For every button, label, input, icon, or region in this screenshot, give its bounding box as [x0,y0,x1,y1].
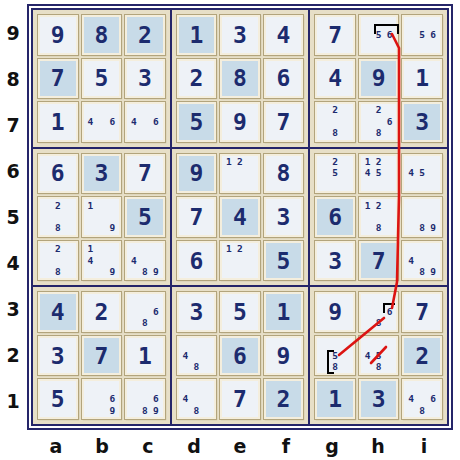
cell-value: 1 [127,338,163,374]
cell-e5[interactable]: 4 [220,197,260,237]
cell-value: 8 [222,61,258,97]
candidate-1: 1 [87,201,93,211]
candidate-8: 8 [376,128,382,138]
box-6: 2512454561288937489 [310,149,447,286]
candidate-2: 2 [376,157,382,167]
cell-f4[interactable]: 5 [264,241,304,281]
candidate-8: 8 [376,362,382,372]
cell-value: 3 [84,156,120,192]
candidate-1: 1 [365,201,371,211]
sudoku-grid: 9827531464613428659775656491282683637281… [31,8,449,426]
row-labels: 987654321 [0,10,26,424]
cell-g9[interactable]: 7 [315,15,355,55]
candidate-8: 8 [194,362,200,372]
candidate-4: 4 [87,117,93,127]
candidate-8: 8 [419,406,425,416]
cell-d8[interactable]: 2 [177,59,217,99]
cell-g5[interactable]: 6 [315,197,355,237]
cell-value: 7 [361,243,397,279]
cell-b6[interactable]: 3 [82,154,122,194]
cell-c2[interactable]: 1 [125,336,165,376]
cell-c1[interactable]: 689 [125,379,165,419]
cell-value: 1 [404,61,440,97]
cell-value: 5 [179,104,215,140]
cell-d1[interactable]: 48 [177,379,217,419]
cell-e9[interactable]: 3 [220,15,260,55]
cell-value: 9 [317,294,353,330]
candidate-4: 4 [408,394,414,404]
cell-h1[interactable]: 3 [359,379,399,419]
candidate-8: 8 [142,267,148,277]
box-4: 6372819528149489 [33,149,170,286]
cell-a6[interactable]: 6 [38,154,78,194]
candidate-8: 8 [142,406,148,416]
row-label-5: 5 [0,194,26,240]
cell-value: 9 [361,61,397,97]
row-label-1: 1 [0,378,26,424]
candidate-8: 8 [419,267,425,277]
cell-a9[interactable]: 9 [38,15,78,55]
box-9: 968758458213468 [310,287,447,424]
row-label-2: 2 [0,332,26,378]
candidate-6: 6 [387,307,393,317]
candidate-8: 8 [194,406,200,416]
candidate-4: 4 [408,256,414,266]
cell-c7[interactable]: 46 [125,102,165,142]
cell-i9[interactable]: 56 [402,15,442,55]
candidate-8: 8 [376,319,382,329]
cell-g8[interactable]: 4 [315,59,355,99]
cell-d7[interactable]: 5 [177,102,217,142]
cell-value: 3 [127,61,163,97]
cell-value: 7 [179,199,215,235]
row-label-3: 3 [0,286,26,332]
cell-h4[interactable]: 7 [359,241,399,281]
cell-i7[interactable]: 3 [402,102,442,142]
cell-f3[interactable]: 1 [264,292,304,332]
candidate-6: 6 [387,30,393,40]
candidate-5: 5 [419,30,425,40]
cell-value: 3 [361,381,397,417]
cell-g4[interactable]: 3 [315,241,355,281]
candidate-9: 9 [109,267,115,277]
cell-d5[interactable]: 7 [177,197,217,237]
col-label-g: g [309,433,355,458]
cell-d6[interactable]: 9 [177,154,217,194]
cell-value: 4 [266,17,302,53]
candidate-4: 4 [365,169,371,179]
cell-e8[interactable]: 8 [220,59,260,99]
cell-value: 2 [179,61,215,97]
candidate-6: 6 [109,117,115,127]
cell-f8[interactable]: 6 [264,59,304,99]
col-label-c: c [125,433,171,458]
cell-g3[interactable]: 9 [315,292,355,332]
column-labels: abcdefghi [33,433,447,458]
cell-value: 5 [84,61,120,97]
candidate-8: 8 [55,224,61,234]
cell-d9[interactable]: 1 [177,15,217,55]
cell-value: 7 [317,17,353,53]
candidate-5: 5 [376,351,382,361]
row-label-8: 8 [0,56,26,102]
candidate-6: 6 [153,394,159,404]
cell-value: 1 [40,104,76,140]
cell-value: 3 [40,338,76,374]
cell-f2[interactable]: 9 [264,336,304,376]
candidate-8: 8 [142,319,148,329]
cell-e1[interactable]: 7 [220,379,260,419]
cell-a2[interactable]: 3 [38,336,78,376]
row-label-9: 9 [0,10,26,56]
cell-a7[interactable]: 1 [38,102,78,142]
candidate-2: 2 [332,157,338,167]
cell-i6[interactable]: 45 [402,154,442,194]
cell-f9[interactable]: 4 [264,15,304,55]
cell-value: 3 [266,199,302,235]
col-label-b: b [79,433,125,458]
cell-c4[interactable]: 489 [125,241,165,281]
col-label-f: f [263,433,309,458]
cell-c5[interactable]: 5 [125,197,165,237]
cell-value: 5 [40,381,76,417]
cell-value: 3 [179,294,215,330]
candidate-5: 5 [419,169,425,179]
cell-c9[interactable]: 2 [125,15,165,55]
cell-value: 4 [222,199,258,235]
candidate-9: 9 [109,224,115,234]
cell-b9[interactable]: 8 [82,15,122,55]
cell-b7[interactable]: 46 [82,102,122,142]
col-label-d: d [171,433,217,458]
row-label-6: 6 [0,148,26,194]
candidate-2: 2 [237,157,243,167]
candidate-8: 8 [55,267,61,277]
cell-i4[interactable]: 489 [402,241,442,281]
cell-f5[interactable]: 3 [264,197,304,237]
candidate-2: 2 [55,244,61,254]
candidate-9: 9 [430,267,436,277]
cell-value: 7 [404,294,440,330]
cell-value: 2 [266,381,302,417]
cell-h3[interactable]: 68 [359,292,399,332]
cell-b5[interactable]: 19 [82,197,122,237]
cell-a3[interactable]: 4 [38,292,78,332]
cell-value: 8 [84,17,120,53]
candidate-2: 2 [376,106,382,116]
cell-h5[interactable]: 128 [359,197,399,237]
col-label-a: a [33,433,79,458]
cell-value: 1 [266,294,302,330]
candidate-5: 5 [332,169,338,179]
cell-value: 7 [40,61,76,97]
cell-value: 7 [127,156,163,192]
candidate-1: 1 [365,157,371,167]
cell-e7[interactable]: 9 [220,102,260,142]
cell-b8[interactable]: 5 [82,59,122,99]
candidate-5: 5 [376,169,382,179]
cell-value: 9 [266,338,302,374]
cell-e4[interactable]: 12 [220,241,260,281]
cell-value: 9 [222,104,258,140]
cell-d3[interactable]: 3 [177,292,217,332]
box-5: 91287436125 [172,149,309,286]
candidate-6: 6 [430,30,436,40]
cell-e3[interactable]: 5 [220,292,260,332]
cell-value: 4 [40,294,76,330]
cell-i2[interactable]: 2 [402,336,442,376]
candidate-9: 9 [109,406,115,416]
cell-value: 4 [317,61,353,97]
candidate-4: 4 [183,351,189,361]
candidate-4: 4 [365,351,371,361]
cell-value: 2 [404,338,440,374]
cell-g7[interactable]: 28 [315,102,355,142]
box-3: 75656491282683 [310,10,447,147]
candidate-1: 1 [226,157,232,167]
cell-h7[interactable]: 268 [359,102,399,142]
candidate-4: 4 [87,256,93,266]
candidate-6: 6 [430,394,436,404]
candidate-2: 2 [237,244,243,254]
cell-d2[interactable]: 48 [177,336,217,376]
cell-c8[interactable]: 3 [125,59,165,99]
candidate-9: 9 [430,224,436,234]
cell-value: 5 [222,294,258,330]
cell-value: 7 [84,338,120,374]
candidate-9: 9 [153,267,159,277]
cell-value: 2 [84,294,120,330]
candidate-1: 1 [226,244,232,254]
cell-value: 1 [179,17,215,53]
cell-i5[interactable]: 89 [402,197,442,237]
cell-h2[interactable]: 458 [359,336,399,376]
cell-value: 6 [266,61,302,97]
candidate-2: 2 [55,201,61,211]
candidate-4: 4 [131,117,137,127]
cell-i3[interactable]: 7 [402,292,442,332]
cell-a4[interactable]: 28 [38,241,78,281]
box-1: 98275314646 [33,10,170,147]
cell-g2[interactable]: 58 [315,336,355,376]
cell-e6[interactable]: 12 [220,154,260,194]
cell-f1[interactable]: 2 [264,379,304,419]
candidate-4: 4 [131,256,137,266]
cell-i8[interactable]: 1 [402,59,442,99]
cell-b2[interactable]: 7 [82,336,122,376]
cell-value: 5 [266,243,302,279]
cell-value: 6 [179,243,215,279]
row-label-7: 7 [0,102,26,148]
cell-value: 6 [317,199,353,235]
cell-g6[interactable]: 25 [315,154,355,194]
cell-b3[interactable]: 2 [82,292,122,332]
cell-f6[interactable]: 8 [264,154,304,194]
candidate-2: 2 [376,201,382,211]
box-2: 134286597 [172,10,309,147]
col-label-h: h [355,433,401,458]
cell-value: 3 [404,104,440,140]
candidate-5: 5 [332,351,338,361]
candidate-8: 8 [332,362,338,372]
candidate-6: 6 [387,117,393,127]
cell-value: 5 [127,199,163,235]
cell-value: 6 [40,156,76,192]
candidate-6: 6 [153,307,159,317]
cell-d4[interactable]: 6 [177,241,217,281]
cell-a8[interactable]: 7 [38,59,78,99]
row-label-4: 4 [0,240,26,286]
candidate-6: 6 [153,117,159,127]
cell-value: 7 [266,104,302,140]
cell-c3[interactable]: 68 [125,292,165,332]
cell-h8[interactable]: 9 [359,59,399,99]
cell-value: 6 [222,338,258,374]
cell-value: 3 [317,243,353,279]
cell-c6[interactable]: 7 [125,154,165,194]
candidate-8: 8 [332,128,338,138]
cell-i1[interactable]: 468 [402,379,442,419]
candidate-5: 5 [376,30,382,40]
cell-value: 9 [179,156,215,192]
cell-f7[interactable]: 7 [264,102,304,142]
cell-value: 8 [266,156,302,192]
candidate-4: 4 [183,394,189,404]
candidate-8: 8 [419,224,425,234]
candidate-6: 6 [109,394,115,404]
cell-h9[interactable]: 56 [359,15,399,55]
candidate-8: 8 [376,224,382,234]
col-label-e: e [217,433,263,458]
cell-value: 7 [222,381,258,417]
cell-value: 1 [317,381,353,417]
candidate-9: 9 [153,406,159,416]
col-label-i: i [401,433,447,458]
cell-value: 2 [127,17,163,53]
cell-b1[interactable]: 69 [82,379,122,419]
cell-value: 3 [222,17,258,53]
cell-g1[interactable]: 1 [315,379,355,419]
sudoku-board: 9827531464613428659775656491282683637281… [27,4,453,430]
box-7: 4268371569689 [33,287,170,424]
cell-e2[interactable]: 6 [220,336,260,376]
cell-value: 9 [40,17,76,53]
candidate-2: 2 [332,106,338,116]
candidate-1: 1 [87,244,93,254]
cell-a1[interactable]: 5 [38,379,78,419]
candidate-4: 4 [408,169,414,179]
cell-h6[interactable]: 1245 [359,154,399,194]
cell-b4[interactable]: 149 [82,241,122,281]
cell-a5[interactable]: 28 [38,197,78,237]
box-8: 35148694872 [172,287,309,424]
